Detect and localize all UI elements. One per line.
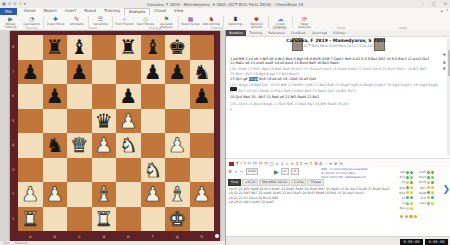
- square-b1[interactable]: [43, 207, 68, 232]
- engine-button[interactable]: Stop: [228, 179, 241, 186]
- white-knight[interactable]: ♞: [144, 158, 162, 182]
- engine-control-button[interactable]: ⚙: [228, 169, 232, 174]
- livebook-move-label: Bb7: [417, 186, 426, 190]
- square-h5[interactable]: [190, 109, 215, 134]
- board-panel: ♜♝♜♝♚♟♟♟♟♞♟♟♟♛♟♞♛♟♞♟♞♟♟♝♟♝♟♜♜♚ 87654321 …: [0, 30, 224, 245]
- white-pawn[interactable]: ♟: [168, 133, 186, 157]
- annotation-symbol-button[interactable]: □: [270, 161, 274, 166]
- square-d6[interactable]: [92, 84, 117, 109]
- engine-control-button[interactable]: ✕: [291, 168, 299, 175]
- move-text[interactable]: 1.d4 Nf6 2.c4 e6 3.Nf3 d5 4.Nc3 Bb4 5.Bg…: [230, 57, 442, 66]
- white-pawn[interactable]: ♟: [119, 109, 137, 133]
- black-bishop[interactable]: ♝: [144, 35, 162, 59]
- file-label: f: [141, 234, 166, 239]
- move-text[interactable]: [19...Bb7 20.Qc2 Rbd8 21.Rfe1 Nc6 22.Be3…: [230, 89, 442, 94]
- white-rook[interactable]: ♜: [95, 207, 113, 231]
- livebook-move-label: Nc6: [417, 196, 426, 200]
- annotation-symbol-button[interactable]: N: [314, 161, 317, 166]
- square-e5[interactable]: ♟: [116, 109, 141, 134]
- eval-dot: [431, 186, 434, 189]
- livebook-move-row[interactable]: Nc6: [417, 196, 434, 200]
- livebook-move-label: Red8: [417, 191, 426, 195]
- square-c1[interactable]: [67, 207, 92, 232]
- square-g4[interactable]: ♟: [165, 133, 190, 158]
- livebook-move-row[interactable]: Bb7: [417, 186, 434, 190]
- white-rook[interactable]: ♜: [21, 207, 39, 231]
- square-a2[interactable]: ♟: [18, 182, 43, 207]
- ribbon-tab-row: File HomeReportInsertBoardTrainingAnalys…: [0, 8, 450, 15]
- rank-label: 3: [12, 158, 17, 183]
- notation-side-icon[interactable]: ✚: [443, 52, 446, 57]
- engine-button[interactable]: 1 Line: [291, 179, 307, 186]
- livebook-panel: Nf3 Bc3 h3 Rd3: [394, 167, 450, 236]
- square-h2[interactable]: ♟: [190, 182, 215, 207]
- square-h4[interactable]: [190, 133, 215, 158]
- livebook-move-row[interactable]: exd5: [417, 170, 434, 174]
- notation-tab[interactable]: Openings: [309, 30, 331, 36]
- white-knight[interactable]: ♞: [119, 133, 137, 157]
- black-rook[interactable]: ♜: [46, 35, 64, 59]
- close-button[interactable]: ✕: [442, 0, 449, 7]
- engine-line[interactable]: +0.18 21.Qb3 Qxb3 22.axb3: [228, 200, 391, 204]
- square-f5[interactable]: [141, 109, 166, 134]
- notation-side-icon[interactable]: ▼: [443, 66, 446, 71]
- eval-dot: [406, 171, 409, 174]
- eval-dot: [406, 196, 409, 199]
- file-label: a: [18, 234, 43, 239]
- engine-button[interactable]: Threat: [307, 179, 323, 186]
- status-bar: TextMainline: [0, 241, 228, 245]
- annotation-color-icon[interactable]: [229, 162, 234, 166]
- livebook-move-row[interactable]: Qxe5: [417, 175, 434, 179]
- black-knight[interactable]: ♞: [46, 133, 64, 157]
- side-to-move-indicator: [215, 234, 219, 238]
- eval-dot: [427, 196, 430, 199]
- rank-label: 5: [12, 109, 17, 134]
- move-text[interactable]: Bc8 19.e4 e5 19...Qd6 20.e5 Qd5: [258, 77, 316, 81]
- square-e7[interactable]: [116, 60, 141, 85]
- annotation-symbol-button[interactable]: ?!: [264, 161, 268, 166]
- square-a8[interactable]: [18, 35, 43, 60]
- engine-controls: ⚙+−0:00▶▭✕: [228, 168, 299, 175]
- eval-dot: [410, 186, 413, 189]
- eval-dot: [406, 207, 409, 210]
- right-panel: NotationTrainingReferenceLiveBookOpening…: [225, 30, 450, 245]
- annotation-symbol-button[interactable]: !!: [248, 161, 251, 166]
- engine-control-button[interactable]: −: [240, 169, 244, 174]
- eval-dot: [410, 181, 413, 184]
- white-pawn[interactable]: ♟: [21, 182, 39, 206]
- notation-tab[interactable]: LiveBook: [288, 30, 309, 36]
- white-king[interactable]: ♚: [168, 207, 186, 231]
- clock-strip: 0:00:00 0:00:00: [226, 236, 450, 245]
- square-e2[interactable]: [116, 182, 141, 207]
- engine-info-line: Hash 1024 MB, Tablebases on: [321, 176, 391, 180]
- black-rook[interactable]: ♜: [119, 35, 137, 59]
- move-text[interactable]: [20...Qxc4 21.Bxc4 Nxg4 22.Rb4 Nh6 23.Ne…: [230, 102, 442, 107]
- eval-dot: [431, 176, 434, 179]
- square-b4[interactable]: ♞: [43, 133, 68, 158]
- engine-lines: +0.47 21.Nf3 Red8 22.Bc3 Nxd3 23.Qxd5 Rx…: [228, 187, 391, 205]
- square-f8[interactable]: ♝: [141, 35, 166, 60]
- square-a5[interactable]: [18, 109, 43, 134]
- minimize-button[interactable]: –: [420, 0, 426, 7]
- annotation-symbol-button[interactable]: ½: [339, 161, 343, 166]
- file-label: b: [43, 234, 68, 239]
- square-c6[interactable]: [67, 84, 92, 109]
- livebook-bottom-dots: [400, 215, 417, 218]
- notation-side-icon[interactable]: ▲: [443, 59, 446, 64]
- square-a3[interactable]: [18, 158, 43, 183]
- white-clock: 0:00:00: [400, 239, 423, 245]
- square-c5[interactable]: [67, 109, 92, 134]
- square-e3[interactable]: [116, 158, 141, 183]
- engine-buttons: Stop+0.14Stockfish 10 641 LineThreat: [228, 179, 324, 186]
- square-g1[interactable]: ♚: [165, 207, 190, 232]
- livebook-move-label: Bc3: [396, 175, 405, 179]
- black-pawn[interactable]: ♟: [119, 84, 137, 108]
- file-labels: abcdefgh: [18, 234, 214, 239]
- engine-button[interactable]: Stockfish 10 64: [259, 179, 290, 186]
- chess-board-frame: ♜♝♜♝♚♟♟♟♟♞♟♟♟♛♟♞♛♟♞♟♞♟♟♝♟♝♟♜♜♚ 87654321 …: [10, 31, 220, 241]
- rank-labels: 87654321: [12, 35, 17, 231]
- move-text[interactable]: [18...Nxg4 19.Ne4 Qe7 20.h3 Nf6 21.Nxf6+…: [230, 83, 442, 88]
- livebook-move-label: a3: [396, 196, 405, 200]
- square-e1[interactable]: [116, 207, 141, 232]
- square-a7[interactable]: ♟: [18, 60, 43, 85]
- eval-dot: [427, 191, 430, 194]
- notation-tab-bar: NotationTrainingReferenceLiveBookOpening…: [226, 30, 450, 37]
- black-pawn[interactable]: ♟: [46, 84, 64, 108]
- move-text[interactable]: [16...Rfe8 17.Rfc1 Bg4 18.Ne5 Be6 19.Qc2…: [230, 67, 442, 76]
- livebook-move-label: Nf3: [396, 170, 405, 174]
- square-b8[interactable]: ♜: [43, 35, 68, 60]
- annotation-symbol-button[interactable]: =: [286, 161, 289, 166]
- livebook-move-label: Qb3: [396, 191, 405, 195]
- white-pawn[interactable]: ♟: [46, 182, 64, 206]
- square-b6[interactable]: ♟: [43, 84, 68, 109]
- game-header: Caruana, F 2819 - Mamedyarov, S 2801 D38…: [226, 38, 446, 48]
- notation-side-buttons: ✚▲▼: [443, 52, 446, 71]
- square-h3[interactable]: [190, 158, 215, 183]
- livebook-move-label: Qe4: [417, 201, 426, 205]
- annotation-symbol-button[interactable]: →: [304, 161, 307, 166]
- eval-dot: [414, 215, 417, 218]
- notation-tab[interactable]: Kibitzer: [330, 30, 349, 36]
- livebook-move-row[interactable]: Qb3: [396, 191, 413, 195]
- annotation-symbol-button[interactable]: ∞: [291, 161, 294, 166]
- notation-tab[interactable]: Training: [246, 30, 265, 36]
- square-h8[interactable]: [190, 35, 215, 60]
- square-b7[interactable]: [43, 60, 68, 85]
- notation-tab[interactable]: Reference: [265, 30, 288, 36]
- black-queen[interactable]: ♛: [95, 109, 113, 133]
- white-queen[interactable]: ♛: [70, 133, 88, 157]
- file-label: d: [92, 234, 117, 239]
- square-d7[interactable]: [92, 60, 117, 85]
- square-f3[interactable]: ♞: [141, 158, 166, 183]
- square-h7[interactable]: ♞: [190, 60, 215, 85]
- move-text[interactable]: *: [230, 108, 442, 113]
- square-g7[interactable]: ♟: [165, 60, 190, 85]
- square-g5[interactable]: [165, 109, 190, 134]
- eval-dot: [431, 171, 434, 174]
- white-bishop[interactable]: ♝: [95, 182, 113, 206]
- black-pawn[interactable]: ♟: [70, 60, 88, 84]
- black-pawn[interactable]: ♟: [193, 84, 211, 108]
- eval-dot: [410, 207, 413, 210]
- notation-tab[interactable]: Notation: [226, 30, 246, 36]
- livebook-move-label: Qxe5: [417, 175, 426, 179]
- black-pawn[interactable]: ♟: [21, 60, 39, 84]
- white-pawn[interactable]: ♟: [193, 182, 211, 206]
- square-d1[interactable]: ♜: [92, 207, 117, 232]
- move-text[interactable]: 20.Qc4 Nb4 20...Nh7 21.Ne4 e6 21.Nf3 Red…: [230, 95, 442, 100]
- livebook-move-label: exd5: [417, 170, 426, 174]
- engine-control-button[interactable]: 0:00: [246, 168, 258, 175]
- engine-info: 999: 3 Cloud engines availabled=28 04:35…: [321, 168, 391, 179]
- eval-dot: [405, 215, 408, 218]
- eval-dot: [427, 171, 430, 174]
- square-f6[interactable]: [141, 84, 166, 109]
- livebook-move-row[interactable]: Red8: [417, 191, 434, 195]
- livebook-move-row[interactable]: a3: [396, 196, 413, 200]
- livebook-move-row[interactable]: h3: [396, 180, 413, 184]
- eval-dot: [410, 196, 413, 199]
- eval-dot: [410, 202, 413, 205]
- livebook-left-column: Nf3 Bc3 h3 Rd3: [396, 170, 413, 210]
- ribbon-collapse-icon[interactable]: ▴: [441, 8, 443, 13]
- help-icon[interactable]: ?: [446, 8, 448, 13]
- annotation-symbol-button[interactable]: ∓: [280, 161, 283, 166]
- window-title: Caruana, F 2819 - Mamedyarov, S 2801 (GC…: [0, 2, 450, 7]
- file-label: e: [116, 234, 141, 239]
- annotation-symbol-button[interactable]: ⩲: [296, 161, 298, 166]
- black-king[interactable]: ♚: [168, 35, 186, 59]
- square-d2[interactable]: ♝: [92, 182, 117, 207]
- eval-dot: [427, 181, 430, 184]
- rank-label: 8: [12, 35, 17, 60]
- expand-chevron-icon[interactable]: ❯: [442, 185, 450, 194]
- move-text[interactable]: 17.Qc2 g6: [230, 77, 249, 81]
- square-e8[interactable]: ♜: [116, 35, 141, 60]
- livebook-move-row[interactable]: Re1: [396, 206, 413, 210]
- square-a1[interactable]: ♜: [18, 207, 43, 232]
- square-h1[interactable]: [190, 207, 215, 232]
- rank-label: 7: [12, 60, 17, 85]
- livebook-move-label: Re1: [396, 206, 405, 210]
- square-f1[interactable]: [141, 207, 166, 232]
- annotation-symbol-button[interactable]: ?: [244, 161, 246, 166]
- chess-board[interactable]: ♜♝♜♝♚♟♟♟♟♞♟♟♟♛♟♞♛♟♞♟♞♟♟♝♟♝♟♜♜♚: [18, 35, 214, 231]
- square-e6[interactable]: ♟: [116, 84, 141, 109]
- square-b5[interactable]: [43, 109, 68, 134]
- eval-dot: [427, 202, 430, 205]
- eval-dot: [410, 171, 413, 174]
- annotation-symbol-button[interactable]: ↑: [309, 161, 312, 166]
- livebook-right-column: exd5 Qxe5 Nxd5 Bb7: [417, 170, 434, 210]
- engine-control-button[interactable]: ▭: [281, 168, 289, 175]
- rank-label: 1: [12, 207, 17, 232]
- livebook-move-row[interactable]: Rd3: [396, 186, 413, 190]
- annotation-symbol-button[interactable]: T: [236, 161, 238, 166]
- annotation-symbol-button[interactable]: ⌓: [324, 161, 327, 166]
- eval-dot: [406, 191, 409, 194]
- square-d5[interactable]: ♛: [92, 109, 117, 134]
- eval-dot: [431, 196, 434, 199]
- black-pawn[interactable]: ♟: [144, 60, 162, 84]
- square-a6[interactable]: [18, 84, 43, 109]
- square-c3[interactable]: [67, 158, 92, 183]
- square-g6[interactable]: [165, 84, 190, 109]
- black-bishop[interactable]: ♝: [70, 35, 88, 59]
- livebook-move-row[interactable]: f4: [396, 201, 413, 205]
- diagram-marker: [230, 87, 237, 91]
- engine-panel: ⚙+−0:00▶▭✕ 999: 3 Cloud engines availabl…: [226, 167, 395, 236]
- livebook-move-row[interactable]: Qe4: [417, 201, 434, 205]
- engine-control-button[interactable]: +: [234, 169, 238, 174]
- livebook-move-label: f4: [396, 201, 405, 205]
- file-label: h: [190, 234, 215, 239]
- black-clock: 0:00:00: [425, 239, 448, 245]
- notation-moves: 1.d4 Nf6 2.c4 e6 3.Nf3 d5 4.Nc3 Bb4 5.Bg…: [230, 55, 442, 113]
- file-label: c: [67, 234, 92, 239]
- eval-dot: [406, 176, 409, 179]
- square-f4[interactable]: [141, 133, 166, 158]
- livebook-move-row[interactable]: Nf3: [396, 170, 413, 174]
- square-d4[interactable]: ♟: [92, 133, 117, 158]
- maximize-button[interactable]: ▢: [430, 0, 438, 7]
- eval-dot: [406, 202, 409, 205]
- eval-dot: [431, 181, 434, 184]
- eval-dot: [427, 186, 430, 189]
- status-label: Text: [3, 241, 9, 245]
- square-c4[interactable]: ♛: [67, 133, 92, 158]
- eval-dot: [431, 191, 434, 194]
- move-text[interactable]: 18.g4: [249, 77, 259, 81]
- annotation-symbol-button[interactable]: ⩱: [300, 161, 302, 166]
- square-d3[interactable]: [92, 158, 117, 183]
- eval-dot: [409, 215, 412, 218]
- livebook-move-row[interactable]: Bc3: [396, 175, 413, 179]
- eval-dot: [410, 191, 413, 194]
- square-h6[interactable]: ♟: [190, 84, 215, 109]
- eval-dot: [406, 181, 409, 184]
- annotation-symbol-button[interactable]: !: [240, 161, 242, 166]
- livebook-move-label: Nxd5: [417, 180, 426, 184]
- square-f7[interactable]: ♟: [141, 60, 166, 85]
- rank-label: 4: [12, 133, 17, 158]
- event-line: D38 GCT Blitz Paris 2018 Paris (9.2), 21…: [226, 44, 446, 48]
- square-f2[interactable]: ♟: [141, 182, 166, 207]
- annotation-symbol-button[interactable]: Δ: [319, 161, 322, 166]
- square-b2[interactable]: ♟: [43, 182, 68, 207]
- black-pawn[interactable]: ♟: [168, 60, 186, 84]
- rank-label: 2: [12, 182, 17, 207]
- square-g8[interactable]: ♚: [165, 35, 190, 60]
- engine-control-button[interactable]: ▶: [274, 168, 279, 175]
- white-pawn[interactable]: ♟: [95, 133, 113, 157]
- square-b3[interactable]: [43, 158, 68, 183]
- eval-dot: [427, 176, 430, 179]
- annotation-symbol-button[interactable]: ??: [253, 161, 257, 166]
- eval-dot: [410, 176, 413, 179]
- rank-label: 6: [12, 84, 17, 109]
- annotation-symbol-button[interactable]: +: [329, 161, 332, 166]
- square-d8[interactable]: [92, 35, 117, 60]
- square-c8[interactable]: ♝: [67, 35, 92, 60]
- annotation-symbol-button[interactable]: !?: [259, 161, 263, 166]
- white-bishop[interactable]: ♝: [168, 182, 186, 206]
- square-e4[interactable]: ♞: [116, 133, 141, 158]
- square-c7[interactable]: ♟: [67, 60, 92, 85]
- livebook-move-label: h3: [396, 180, 405, 184]
- square-g3[interactable]: [165, 158, 190, 183]
- eval-dot: [400, 215, 403, 218]
- white-pawn[interactable]: ♟: [144, 182, 162, 206]
- file-label: g: [165, 234, 190, 239]
- status-label: Mainline: [15, 241, 28, 245]
- square-c2[interactable]: [67, 182, 92, 207]
- annotation-symbol-button[interactable]: ±: [275, 161, 278, 166]
- players-line: Caruana, F 2819 - Mamedyarov, S 2801: [226, 38, 446, 43]
- square-g2[interactable]: ♝: [165, 182, 190, 207]
- eval-dot: [406, 186, 409, 189]
- black-knight[interactable]: ♞: [193, 60, 211, 84]
- annotation-symbol-button[interactable]: #: [334, 161, 337, 166]
- livebook-move-label: Rd3: [396, 186, 405, 190]
- livebook-move-row[interactable]: Nxd5: [417, 180, 434, 184]
- file-tab[interactable]: File: [0, 8, 17, 15]
- square-a4[interactable]: [18, 133, 43, 158]
- engine-button[interactable]: +0.14: [242, 179, 258, 186]
- eval-dot: [431, 202, 434, 205]
